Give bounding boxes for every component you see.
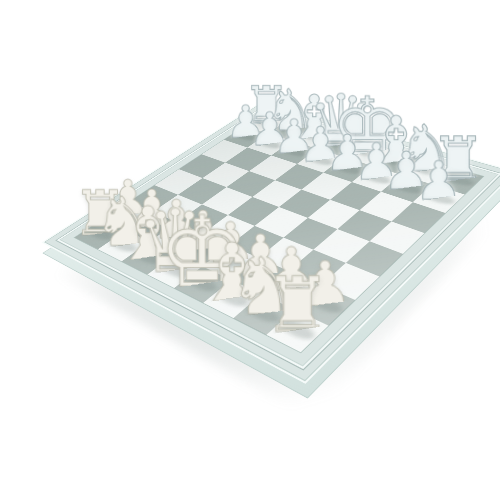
camera-tilt: ♜♞♝♛♚♝♞♜♟♟♟♟♟♟♟♟♟♟♟♟♟♟♟♟♜♞♝♛♚♝♞♜ bbox=[0, 0, 500, 500]
photo-scene: ♜♞♝♛♚♝♞♜♟♟♟♟♟♟♟♟♟♟♟♟♟♟♟♟♜♞♝♛♚♝♞♜ bbox=[0, 0, 500, 500]
product-photo: ♜♞♝♛♚♝♞♜♟♟♟♟♟♟♟♟♟♟♟♟♟♟♟♟♜♞♝♛♚♝♞♜ bbox=[0, 0, 500, 500]
chess-board: ♜♞♝♛♚♝♞♜♟♟♟♟♟♟♟♟♟♟♟♟♟♟♟♟♜♞♝♛♚♝♞♜ bbox=[41, 101, 500, 385]
piece-white-rook-h1[interactable]: ♜ bbox=[224, 158, 372, 330]
